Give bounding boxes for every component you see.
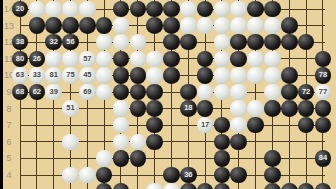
- stone-white[interactable]: [29, 1, 46, 18]
- move-number: 75: [66, 70, 74, 79]
- row-label: 4: [1, 167, 17, 183]
- stone-white[interactable]: [247, 17, 264, 34]
- stone-black[interactable]: [130, 100, 147, 117]
- stone-black[interactable]: [113, 150, 130, 167]
- stone-black[interactable]: [298, 117, 315, 134]
- stone-black[interactable]: [163, 51, 180, 68]
- stone-white[interactable]: [197, 84, 214, 101]
- stone-black[interactable]: [315, 183, 332, 189]
- stone-black[interactable]: [230, 34, 247, 51]
- stone-white[interactable]: [230, 17, 247, 34]
- stone-black[interactable]: [197, 183, 214, 189]
- row-label: 5: [1, 150, 17, 166]
- stone-black[interactable]: 62: [29, 84, 46, 101]
- stone-white[interactable]: 81: [45, 67, 62, 84]
- stone-white[interactable]: [45, 1, 62, 18]
- stone-black[interactable]: 26: [29, 51, 46, 68]
- stone-white[interactable]: [146, 183, 163, 189]
- stone-black[interactable]: [298, 183, 315, 189]
- stone-white[interactable]: [264, 17, 281, 34]
- stone-black[interactable]: [146, 1, 163, 18]
- row-label: 6: [1, 134, 17, 150]
- stone-white[interactable]: 17: [197, 117, 214, 134]
- move-number: 77: [319, 87, 327, 96]
- stone-black[interactable]: [62, 17, 79, 34]
- stone-white[interactable]: [230, 100, 247, 117]
- stone-white[interactable]: [113, 34, 130, 51]
- stone-black[interactable]: 78: [315, 67, 332, 84]
- move-number: 32: [49, 37, 57, 46]
- stone-white[interactable]: [214, 17, 231, 34]
- stone-white[interactable]: [62, 1, 79, 18]
- stone-black[interactable]: [146, 100, 163, 117]
- stone-black[interactable]: [163, 167, 180, 184]
- stone-white[interactable]: [113, 17, 130, 34]
- stone-white[interactable]: [96, 34, 113, 51]
- move-number: 69: [83, 87, 91, 96]
- stone-white[interactable]: [264, 84, 281, 101]
- stone-white[interactable]: [247, 100, 264, 117]
- stone-black[interactable]: [96, 17, 113, 34]
- stone-black[interactable]: [197, 1, 214, 18]
- stone-white[interactable]: [79, 1, 96, 18]
- move-number: 63: [16, 70, 24, 79]
- stone-black[interactable]: [45, 17, 62, 34]
- stone-white[interactable]: [230, 117, 247, 134]
- stone-white[interactable]: [214, 51, 231, 68]
- stone-black[interactable]: 18: [180, 100, 197, 117]
- stone-white[interactable]: [247, 67, 264, 84]
- stone-black[interactable]: [96, 167, 113, 184]
- stone-black[interactable]: [247, 117, 264, 134]
- stone-black[interactable]: [163, 67, 180, 84]
- stone-black[interactable]: 56: [62, 34, 79, 51]
- stone-black[interactable]: [247, 1, 264, 18]
- stone-black[interactable]: [214, 117, 231, 134]
- stone-white[interactable]: [62, 51, 79, 68]
- stone-white[interactable]: [130, 134, 147, 151]
- move-number: 68: [16, 87, 24, 96]
- stone-white[interactable]: 39: [45, 84, 62, 101]
- stone-white[interactable]: 57: [79, 51, 96, 68]
- stone-black[interactable]: [230, 51, 247, 68]
- stone-white[interactable]: [180, 17, 197, 34]
- stone-black[interactable]: [264, 150, 281, 167]
- stone-black[interactable]: [214, 183, 231, 189]
- stone-white[interactable]: [113, 134, 130, 151]
- move-number: 56: [66, 37, 74, 46]
- stone-white[interactable]: [214, 67, 231, 84]
- stone-black[interactable]: [315, 51, 332, 68]
- stone-white[interactable]: [96, 84, 113, 101]
- stone-white[interactable]: [264, 67, 281, 84]
- stone-white[interactable]: [214, 1, 231, 18]
- stone-black[interactable]: [264, 167, 281, 184]
- stone-white[interactable]: 75: [62, 67, 79, 84]
- stone-black[interactable]: [130, 84, 147, 101]
- row-label: 8: [1, 101, 17, 117]
- move-number: 33: [33, 70, 41, 79]
- stone-black[interactable]: [298, 34, 315, 51]
- stone-black[interactable]: [281, 183, 298, 189]
- stone-black[interactable]: [281, 34, 298, 51]
- move-number: 72: [302, 87, 310, 96]
- stone-black[interactable]: [163, 17, 180, 34]
- move-number: 78: [319, 70, 327, 79]
- stone-white[interactable]: [113, 100, 130, 117]
- stone-black[interactable]: [163, 1, 180, 18]
- stone-black[interactable]: [230, 134, 247, 151]
- stone-black[interactable]: [146, 84, 163, 101]
- stone-black[interactable]: [214, 134, 231, 151]
- go-app-screen: 1413121110987654203832568026576333817545…: [0, 0, 336, 189]
- stone-black[interactable]: [197, 100, 214, 117]
- move-number: 17: [201, 120, 209, 129]
- stone-white[interactable]: [96, 150, 113, 167]
- stone-black[interactable]: 38: [12, 34, 29, 51]
- stone-black[interactable]: [230, 167, 247, 184]
- stone-white[interactable]: [146, 67, 163, 84]
- stone-black[interactable]: [96, 183, 113, 189]
- stone-black[interactable]: 36: [180, 167, 197, 184]
- stone-black[interactable]: [113, 183, 130, 189]
- stone-black[interactable]: [113, 67, 130, 84]
- stone-black[interactable]: [146, 134, 163, 151]
- stone-black[interactable]: [79, 17, 96, 34]
- stone-white[interactable]: [214, 34, 231, 51]
- stone-black[interactable]: [264, 1, 281, 18]
- stone-black[interactable]: [29, 17, 46, 34]
- stone-black[interactable]: [180, 84, 197, 101]
- stone-black[interactable]: [130, 67, 147, 84]
- move-number: 62: [33, 87, 41, 96]
- move-number: 26: [33, 54, 41, 63]
- stone-white[interactable]: [264, 51, 281, 68]
- stone-white[interactable]: [230, 84, 247, 101]
- move-number: 18: [184, 103, 192, 112]
- stone-white[interactable]: [45, 51, 62, 68]
- stone-black[interactable]: 80: [12, 51, 29, 68]
- stone-black[interactable]: [197, 51, 214, 68]
- stone-black[interactable]: [146, 17, 163, 34]
- stone-black[interactable]: [146, 117, 163, 134]
- stone-white[interactable]: [62, 134, 79, 151]
- stone-black[interactable]: [281, 84, 298, 101]
- stone-white[interactable]: [96, 67, 113, 84]
- stone-black[interactable]: [264, 100, 281, 117]
- screen-edge: [0, 0, 3, 189]
- stone-black[interactable]: [281, 17, 298, 34]
- move-number: 20: [16, 4, 24, 13]
- stone-black[interactable]: 68: [12, 84, 29, 101]
- stone-black[interactable]: [113, 51, 130, 68]
- stone-white[interactable]: [79, 167, 96, 184]
- move-number: 80: [16, 54, 24, 63]
- stone-black[interactable]: [264, 183, 281, 189]
- row-label: 7: [1, 117, 17, 133]
- move-number: 81: [49, 70, 57, 79]
- stone-white[interactable]: 51: [62, 100, 79, 117]
- move-number: 38: [16, 37, 24, 46]
- stone-white[interactable]: [230, 1, 247, 18]
- stone-black[interactable]: [315, 117, 332, 134]
- stone-black[interactable]: 84: [315, 150, 332, 167]
- stone-black[interactable]: [281, 100, 298, 117]
- stone-black[interactable]: [113, 84, 130, 101]
- stone-white[interactable]: [214, 84, 231, 101]
- stone-white[interactable]: [146, 51, 163, 68]
- stone-white[interactable]: [163, 183, 180, 189]
- stone-black[interactable]: [130, 1, 147, 18]
- stone-black[interactable]: [298, 100, 315, 117]
- stone-white[interactable]: 33: [29, 67, 46, 84]
- stone-white[interactable]: [62, 167, 79, 184]
- move-number: 36: [184, 170, 192, 179]
- stone-black[interactable]: [214, 167, 231, 184]
- stone-black[interactable]: [214, 150, 231, 167]
- grid-line-horizontal: [20, 125, 325, 126]
- stone-white[interactable]: [197, 17, 214, 34]
- move-number: 39: [49, 87, 57, 96]
- stone-black[interactable]: [315, 100, 332, 117]
- stone-black[interactable]: [163, 34, 180, 51]
- stone-black[interactable]: [130, 150, 147, 167]
- stone-black[interactable]: [113, 1, 130, 18]
- stone-white[interactable]: [130, 34, 147, 51]
- stone-black[interactable]: 32: [45, 34, 62, 51]
- stone-white[interactable]: [113, 117, 130, 134]
- move-number: 57: [83, 54, 91, 63]
- stone-white[interactable]: 45: [79, 67, 96, 84]
- stone-white[interactable]: [230, 67, 247, 84]
- stone-black[interactable]: [264, 34, 281, 51]
- stone-black[interactable]: [180, 34, 197, 51]
- stone-black[interactable]: 72: [298, 84, 315, 101]
- move-number: 51: [66, 103, 74, 112]
- stone-white[interactable]: 77: [315, 84, 332, 101]
- stone-black[interactable]: [247, 34, 264, 51]
- stone-black[interactable]: [281, 67, 298, 84]
- row-label: 13: [1, 18, 17, 34]
- stone-white[interactable]: [96, 51, 113, 68]
- go-board[interactable]: 1413121110987654203832568026576333817545…: [0, 0, 336, 189]
- move-number: 45: [83, 70, 91, 79]
- stone-white[interactable]: 63: [12, 67, 29, 84]
- stone-white[interactable]: 69: [79, 84, 96, 101]
- stone-white[interactable]: [180, 1, 197, 18]
- stone-black[interactable]: [197, 67, 214, 84]
- stone-white[interactable]: [247, 51, 264, 68]
- move-number: 84: [319, 153, 327, 162]
- stone-black[interactable]: 20: [12, 1, 29, 18]
- stone-white[interactable]: [130, 51, 147, 68]
- stone-black[interactable]: [180, 183, 197, 189]
